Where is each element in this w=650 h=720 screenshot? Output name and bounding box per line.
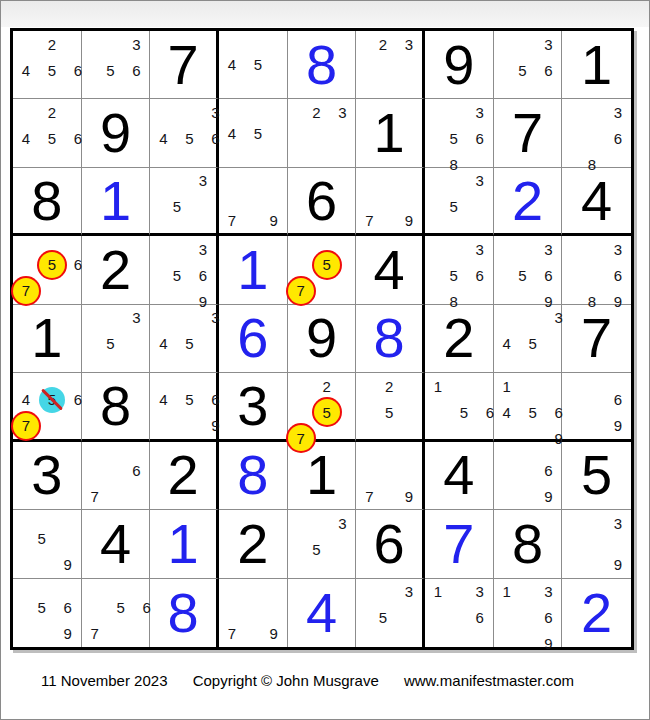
cell-r5c3[interactable]: 345: [150, 305, 219, 373]
candidate-6[interactable]: 6: [65, 387, 91, 413]
given-digit: 8: [13, 168, 81, 233]
pencil-mark-grid: 3569: [494, 236, 562, 303]
candidate-slot-6: 6: [605, 387, 631, 413]
candidate-5[interactable]: 5: [97, 331, 123, 357]
candidate-8[interactable]: 8: [441, 288, 467, 314]
candidate-6[interactable]: 6: [65, 252, 91, 278]
given-digit: 1: [13, 305, 81, 372]
candidate-3[interactable]: 3: [396, 579, 422, 605]
candidate-5[interactable]: 5: [520, 331, 546, 357]
candidate-5[interactable]: 5: [245, 52, 271, 78]
candidate-5[interactable]: 5: [509, 262, 535, 288]
cell-r7c1[interactable]: 3: [13, 442, 82, 510]
cell-r5c2[interactable]: 35: [82, 305, 151, 373]
candidate-slot-6: 6: [55, 595, 81, 621]
candidate-3[interactable]: 3: [467, 168, 493, 194]
candidate-slot-2: [451, 373, 477, 399]
cell-r6c8[interactable]: 14569: [494, 373, 563, 441]
cell-r1c4[interactable]: 45: [219, 31, 288, 99]
candidate-3[interactable]: 3: [535, 579, 561, 605]
candidate-7-highlighted-yellow[interactable]: 7: [288, 278, 314, 304]
candidate-4[interactable]: 4: [494, 331, 520, 357]
cell-r8c6[interactable]: 6: [356, 510, 425, 578]
candidate-slot-2: [245, 31, 271, 52]
cell-r2c6[interactable]: 1: [356, 99, 425, 167]
cell-r9c1[interactable]: 569: [13, 579, 82, 647]
candidate-6[interactable]: 6: [190, 262, 216, 288]
cell-r6c5[interactable]: 257: [288, 373, 357, 441]
cell-r8c1[interactable]: 59: [13, 510, 82, 578]
footer-date: 11 November 2023: [41, 672, 167, 689]
pencil-mark-grid: 79: [219, 579, 287, 647]
cell-r6c7[interactable]: 156: [425, 373, 494, 441]
candidate-slot-2: [245, 168, 261, 188]
cell-r4c1[interactable]: 567: [13, 236, 82, 304]
candidate-slot-8: [382, 483, 396, 509]
candidate-slot-1: [150, 305, 176, 331]
candidate-slot-7: [82, 83, 98, 98]
cell-r3c5[interactable]: 6: [288, 168, 357, 236]
candidate-3[interactable]: 3: [605, 510, 631, 536]
candidate-slot-4: [425, 125, 441, 151]
candidate-6[interactable]: 6: [65, 57, 91, 83]
cell-r9c2[interactable]: 567: [82, 579, 151, 647]
candidate-5[interactable]: 5: [303, 536, 329, 562]
candidate-6[interactable]: 6: [605, 387, 631, 413]
candidate-3[interactable]: 3: [190, 168, 216, 194]
cell-r9c8[interactable]: 1369: [494, 579, 563, 647]
cell-r7c6[interactable]: 79: [356, 442, 425, 510]
candidate-6[interactable]: 6: [535, 605, 561, 631]
cell-r8c9[interactable]: 39: [562, 510, 631, 578]
candidate-slot-6: 6: [535, 605, 561, 631]
cell-r6c3[interactable]: 4569: [150, 373, 219, 441]
candidate-slot-8: [39, 151, 65, 166]
candidate-6[interactable]: 6: [467, 125, 493, 151]
candidate-slot-3: [271, 31, 287, 52]
candidate-5[interactable]: 5: [370, 605, 396, 631]
cell-r1c1[interactable]: 2456: [13, 31, 82, 99]
cell-r5c9[interactable]: 7: [562, 305, 631, 373]
cell-r4c6[interactable]: 4: [356, 236, 425, 304]
pencil-mark-grid: 59: [13, 510, 81, 577]
cell-r6c2[interactable]: 8: [82, 373, 151, 441]
candidate-3[interactable]: 3: [123, 31, 149, 57]
candidate-slot-7: 7: [219, 621, 245, 647]
cell-r4c8[interactable]: 3569: [494, 236, 563, 304]
candidate-2[interactable]: 2: [39, 99, 65, 125]
candidate-slot-5: [370, 57, 396, 78]
candidate-5[interactable]: 5: [164, 194, 190, 220]
candidate-5[interactable]: 5: [441, 125, 467, 151]
candidate-slot-2: [245, 99, 271, 120]
candidate-slot-1: [13, 99, 39, 125]
candidate-4[interactable]: 4: [150, 387, 176, 413]
candidate-slot-1: [425, 99, 441, 125]
cell-r2c5[interactable]: 23: [288, 99, 357, 167]
candidate-4[interactable]: 4: [150, 331, 176, 357]
pencil-mark-grid: 257: [288, 373, 356, 438]
candidate-slot-8: [514, 483, 535, 509]
candidate-slot-4: 4: [13, 387, 39, 413]
candidate-slot-6: 6: [467, 125, 493, 151]
candidate-1[interactable]: 1: [425, 579, 451, 605]
candidate-slot-5: [584, 536, 605, 551]
candidate-slot-8: [509, 83, 535, 98]
cell-r8c2[interactable]: 4: [82, 510, 151, 578]
candidate-slot-7: 7: [219, 207, 245, 233]
candidate-slot-6: 6: [123, 57, 149, 83]
candidate-7[interactable]: 7: [219, 207, 245, 233]
candidate-6[interactable]: 6: [55, 595, 81, 621]
cell-r4c4[interactable]: 1: [219, 236, 288, 304]
candidate-6[interactable]: 6: [535, 457, 561, 483]
candidate-slot-8: [245, 78, 271, 99]
candidate-slot-3: [261, 579, 287, 600]
candidate-9[interactable]: 9: [55, 621, 81, 647]
candidate-3[interactable]: 3: [329, 510, 355, 536]
candidate-1[interactable]: 1: [494, 373, 520, 399]
candidate-slot-3: [396, 168, 422, 188]
cell-r1c6[interactable]: 23: [356, 31, 425, 99]
cell-r5c7[interactable]: 2: [425, 305, 494, 373]
cell-r7c5[interactable]: 1: [288, 442, 357, 510]
cell-r6c1[interactable]: 4567: [13, 373, 82, 441]
candidate-slot-5: 5: [520, 399, 546, 425]
solved-digit: 4: [288, 579, 356, 647]
candidate-slot-7: 7: [13, 278, 39, 304]
candidate-9[interactable]: 9: [202, 413, 228, 439]
candidate-6[interactable]: 6: [546, 399, 572, 425]
candidate-slot-6: 6: [202, 387, 228, 413]
candidate-7-highlighted-yellow[interactable]: 7: [13, 278, 39, 304]
candidate-5[interactable]: 5: [29, 595, 55, 621]
pencil-mark-grid: 35: [425, 168, 493, 233]
candidate-slot-6: [467, 194, 493, 220]
candidate-5[interactable]: 5: [108, 595, 134, 621]
candidate-7[interactable]: 7: [219, 621, 245, 647]
cell-r4c9[interactable]: 3689: [562, 236, 631, 304]
candidate-7[interactable]: 7: [356, 483, 382, 509]
candidate-8[interactable]: 8: [441, 151, 467, 177]
cell-r4c7[interactable]: 3568: [425, 236, 494, 304]
cell-r6c9[interactable]: 69: [562, 373, 631, 441]
cell-r3c3[interactable]: 35: [150, 168, 219, 236]
candidate-6[interactable]: 6: [123, 57, 149, 83]
candidate-7-highlighted-yellow[interactable]: 7: [13, 413, 39, 439]
candidate-slot-5: 5: [245, 120, 271, 146]
pencil-mark-grid: 2456: [13, 99, 81, 166]
cell-r5c4[interactable]: 6: [219, 305, 288, 373]
cell-r5c6[interactable]: 8: [356, 305, 425, 373]
candidate-5[interactable]: 5: [441, 194, 467, 220]
candidate-7-highlighted-yellow[interactable]: 7: [288, 425, 314, 451]
candidate-slot-9: 9: [261, 207, 287, 233]
candidate-5[interactable]: 5: [176, 331, 202, 357]
candidate-slot-5: 5: [176, 387, 202, 413]
candidate-1[interactable]: 1: [425, 373, 451, 399]
candidate-6[interactable]: 6: [605, 125, 631, 151]
candidate-7[interactable]: 7: [82, 483, 108, 509]
cell-r2c9[interactable]: 368: [562, 99, 631, 167]
candidate-6[interactable]: 6: [202, 387, 228, 413]
candidate-9[interactable]: 9: [546, 425, 572, 451]
candidate-slot-3: 3: [605, 236, 631, 262]
candidate-slot-3: 3: [190, 236, 216, 262]
cell-r3c6[interactable]: 79: [356, 168, 425, 236]
candidate-slot-1: [150, 168, 164, 194]
cell-r5c8[interactable]: 345: [494, 305, 563, 373]
candidate-slot-8: [97, 357, 123, 372]
cell-r9c9[interactable]: 2: [562, 579, 631, 647]
cell-r1c9[interactable]: 1: [562, 31, 631, 99]
candidate-slot-5: 5: [108, 595, 134, 621]
candidate-slot-2: [164, 168, 190, 194]
cell-r1c2[interactable]: 356: [82, 31, 151, 99]
candidate-slot-5: 5: [370, 605, 396, 631]
candidate-slot-2: [579, 99, 605, 125]
candidate-2[interactable]: 2: [39, 31, 65, 57]
cell-r9c7[interactable]: 136: [425, 579, 494, 647]
candidate-3[interactable]: 3: [535, 31, 561, 57]
cell-r1c5[interactable]: 8: [288, 31, 357, 99]
candidate-slot-2: [514, 442, 535, 457]
candidate-slot-7: [13, 621, 29, 647]
cell-r3c4[interactable]: 79: [219, 168, 288, 236]
candidate-4[interactable]: 4: [150, 125, 176, 151]
candidate-slot-9: [402, 425, 422, 438]
candidate-5[interactable]: 5: [176, 125, 202, 151]
candidate-5-highlighted-yellow[interactable]: 5: [314, 399, 340, 425]
candidate-slot-6: [605, 536, 631, 551]
given-digit: 6: [288, 168, 356, 233]
candidate-slot-8: [29, 621, 55, 647]
candidate-slot-8: [176, 151, 202, 166]
candidate-slot-2: 2: [303, 99, 329, 125]
candidate-slot-4: [13, 595, 29, 621]
given-digit: 4: [562, 168, 631, 233]
candidate-5[interactable]: 5: [245, 120, 271, 146]
candidate-9[interactable]: 9: [605, 413, 631, 439]
pencil-mark-grid: 345: [494, 305, 562, 372]
candidate-2[interactable]: 2: [376, 373, 402, 399]
candidate-3[interactable]: 3: [467, 99, 493, 125]
candidate-3[interactable]: 3: [546, 305, 572, 331]
pencil-mark-grid: 35: [356, 579, 422, 647]
candidate-2[interactable]: 2: [303, 99, 329, 125]
candidate-slot-9: 9: [605, 552, 631, 578]
candidate-5[interactable]: 5: [520, 399, 546, 425]
candidate-slot-7: [425, 220, 441, 233]
cell-r3c7[interactable]: 35: [425, 168, 494, 236]
cell-r7c9[interactable]: 5: [562, 442, 631, 510]
cell-r7c3[interactable]: 2: [150, 442, 219, 510]
candidate-3[interactable]: 3: [467, 236, 493, 262]
cell-r1c8[interactable]: 356: [494, 31, 563, 99]
cell-r7c2[interactable]: 67: [82, 442, 151, 510]
candidate-5[interactable]: 5: [441, 262, 467, 288]
cell-r9c3[interactable]: 8: [150, 579, 219, 647]
candidate-5-highlighted-yellow[interactable]: 5: [314, 252, 340, 278]
candidate-9[interactable]: 9: [396, 207, 422, 233]
candidate-slot-5: 5: [176, 331, 202, 357]
cell-r1c3[interactable]: 7: [150, 31, 219, 99]
candidate-slot-3: 3: [329, 99, 355, 125]
candidate-slot-1: [562, 510, 583, 536]
candidate-3[interactable]: 3: [605, 236, 631, 262]
cell-r3c1[interactable]: 8: [13, 168, 82, 236]
candidate-slot-2: [97, 31, 123, 57]
cell-r8c8[interactable]: 8: [494, 510, 563, 578]
cell-r7c7[interactable]: 4: [425, 442, 494, 510]
candidate-6[interactable]: 6: [467, 262, 493, 288]
given-digit: 4: [356, 236, 422, 303]
given-digit: 2: [219, 510, 287, 577]
candidate-slot-7: 7: [356, 207, 382, 233]
candidate-1[interactable]: 1: [494, 579, 520, 605]
pencil-mark-grid: 35: [82, 305, 150, 372]
candidate-6[interactable]: 6: [123, 457, 149, 483]
candidate-5[interactable]: 5: [97, 57, 123, 83]
candidate-4[interactable]: 4: [13, 125, 39, 151]
candidate-6[interactable]: 6: [605, 262, 631, 288]
candidate-slot-2: [176, 373, 202, 386]
cell-r2c7[interactable]: 3568: [425, 99, 494, 167]
cell-r8c5[interactable]: 35: [288, 510, 357, 578]
candidate-5[interactable]: 5: [39, 125, 65, 151]
pencil-mark-grid: 79: [356, 168, 422, 233]
given-digit: 8: [494, 510, 562, 577]
candidate-3[interactable]: 3: [605, 99, 631, 125]
candidate-3[interactable]: 3: [123, 305, 149, 331]
candidate-6[interactable]: 6: [467, 605, 493, 631]
candidate-slot-5: 5: [303, 536, 329, 562]
cell-r2c1[interactable]: 2456: [13, 99, 82, 167]
cell-r6c4[interactable]: 3: [219, 373, 288, 441]
cell-r9c4[interactable]: 79: [219, 579, 288, 647]
cell-r2c8[interactable]: 7: [494, 99, 563, 167]
candidate-3[interactable]: 3: [202, 305, 228, 331]
candidate-slot-7: [219, 78, 245, 99]
candidate-slot-1: [425, 168, 441, 194]
cell-r3c9[interactable]: 4: [562, 168, 631, 236]
candidate-9[interactable]: 9: [261, 207, 287, 233]
candidate-4[interactable]: 4: [219, 120, 245, 146]
candidate-slot-9: 9: [261, 621, 287, 647]
candidate-5-highlighted-cyan[interactable]: 5: [39, 387, 65, 413]
candidate-3[interactable]: 3: [467, 579, 493, 605]
candidate-4[interactable]: 4: [13, 387, 39, 413]
candidate-3[interactable]: 3: [396, 31, 422, 57]
cell-r1c7[interactable]: 9: [425, 31, 494, 99]
candidate-2[interactable]: 2: [314, 373, 340, 399]
candidate-slot-5: 5: [314, 399, 340, 425]
cell-r3c8[interactable]: 2: [494, 168, 563, 236]
candidate-5[interactable]: 5: [29, 526, 55, 552]
candidate-6[interactable]: 6: [535, 262, 561, 288]
candidate-4[interactable]: 4: [494, 399, 520, 425]
given-digit: 1: [562, 31, 631, 98]
pencil-mark-grid: 345: [150, 305, 216, 372]
candidate-6[interactable]: 6: [134, 595, 160, 621]
candidate-slot-1: [13, 373, 39, 386]
candidate-4[interactable]: 4: [219, 52, 245, 78]
candidate-7[interactable]: 7: [356, 207, 382, 233]
cell-r8c4[interactable]: 2: [219, 510, 288, 578]
candidate-5-highlighted-yellow[interactable]: 5: [39, 252, 65, 278]
candidate-9[interactable]: 9: [55, 552, 81, 578]
candidate-5[interactable]: 5: [39, 57, 65, 83]
cell-r2c2[interactable]: 9: [82, 99, 151, 167]
candidate-slot-1: [82, 305, 98, 331]
candidate-4[interactable]: 4: [13, 57, 39, 83]
candidate-slot-4: 4: [494, 331, 520, 357]
candidate-9[interactable]: 9: [535, 483, 561, 509]
pencil-mark-grid: 14569: [494, 373, 562, 438]
cell-r2c3[interactable]: 3456: [150, 99, 219, 167]
cell-r5c5[interactable]: 9: [288, 305, 357, 373]
candidate-slot-5: 5: [39, 125, 65, 151]
candidate-3[interactable]: 3: [535, 236, 561, 262]
cell-r6c6[interactable]: 25: [356, 373, 425, 441]
candidate-5[interactable]: 5: [176, 387, 202, 413]
candidate-5[interactable]: 5: [164, 262, 190, 288]
candidate-slot-7: [219, 146, 245, 167]
candidate-slot-9: 9: [396, 483, 422, 509]
candidate-9[interactable]: 9: [535, 631, 561, 657]
candidate-slot-4: [288, 536, 304, 562]
cell-r7c4[interactable]: 8: [219, 442, 288, 510]
pencil-mark-grid: 1369: [494, 579, 562, 647]
cell-r2c4[interactable]: 45: [219, 99, 288, 167]
candidate-9[interactable]: 9: [605, 552, 631, 578]
cell-r5c1[interactable]: 1: [13, 305, 82, 373]
candidate-slot-2: [509, 31, 535, 57]
cell-r7c8[interactable]: 69: [494, 442, 563, 510]
candidate-slot-7: [425, 425, 451, 438]
candidate-7[interactable]: 7: [82, 621, 108, 647]
solved-digit: 8: [219, 442, 287, 509]
candidate-slot-1: [494, 442, 515, 457]
pencil-mark-grid: 356: [82, 31, 150, 98]
cell-r9c6[interactable]: 35: [356, 579, 425, 647]
candidate-slot-3: 3: [546, 305, 572, 331]
cell-r4c3[interactable]: 3569: [150, 236, 219, 304]
cell-r9c5[interactable]: 4: [288, 579, 357, 647]
candidate-2[interactable]: 2: [370, 31, 396, 57]
cell-r3c2[interactable]: 1: [82, 168, 151, 236]
pencil-mark-grid: 25: [356, 373, 422, 438]
candidate-6[interactable]: 6: [535, 57, 561, 83]
candidate-9[interactable]: 9: [261, 621, 287, 647]
candidate-slot-1: [288, 99, 304, 125]
cell-r4c5[interactable]: 57: [288, 236, 357, 304]
candidate-slot-7: [494, 483, 515, 509]
cell-r8c7[interactable]: 7: [425, 510, 494, 578]
candidate-slot-7: [494, 631, 520, 657]
candidate-5[interactable]: 5: [376, 399, 402, 425]
cell-r4c2[interactable]: 2: [82, 236, 151, 304]
solved-digit: 6: [219, 305, 287, 372]
cell-r8c3[interactable]: 1: [150, 510, 219, 578]
candidate-5[interactable]: 5: [451, 399, 477, 425]
candidate-9[interactable]: 9: [396, 483, 422, 509]
candidate-3[interactable]: 3: [190, 236, 216, 262]
candidate-slot-7: 7: [288, 425, 314, 451]
candidate-3[interactable]: 3: [329, 99, 355, 125]
candidate-5[interactable]: 5: [509, 57, 535, 83]
candidate-slot-1: [13, 31, 39, 57]
